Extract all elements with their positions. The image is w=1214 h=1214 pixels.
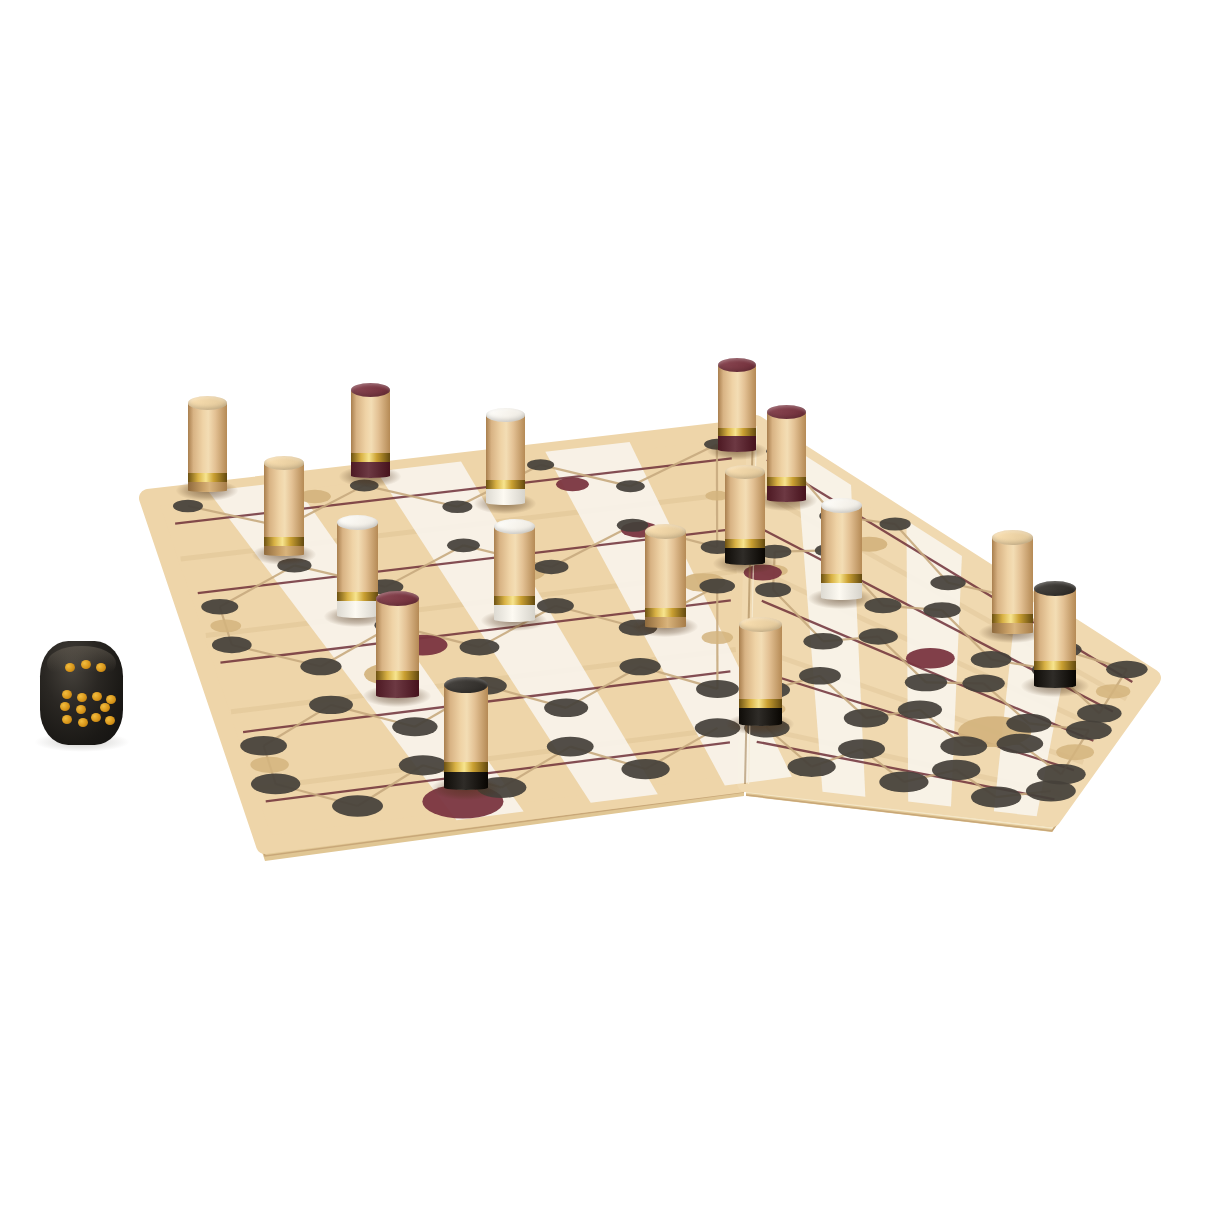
die-pip-front_right	[105, 716, 115, 725]
peg-base-natural	[992, 623, 1033, 634]
track-dot	[616, 480, 645, 492]
track-dot	[859, 628, 898, 644]
track-dot	[923, 602, 960, 618]
track-dot	[201, 599, 238, 615]
peg-top-maroon	[376, 591, 419, 606]
peg-natural[interactable]	[188, 396, 227, 502]
peg-top-natural	[188, 396, 227, 410]
track-dot	[879, 772, 928, 793]
peg-brass-band	[821, 574, 862, 583]
peg-body	[718, 365, 756, 452]
peg-maroon[interactable]	[351, 383, 390, 488]
peg-natural[interactable]	[992, 530, 1033, 645]
peg-maroon[interactable]	[718, 358, 756, 462]
track-dot	[309, 696, 353, 714]
track-dot	[971, 651, 1012, 668]
peg-base-maroon	[376, 680, 419, 698]
peg-natural-base-black[interactable]	[739, 617, 782, 737]
peg-natural-base-black[interactable]	[725, 465, 765, 575]
peg-brass-band	[992, 614, 1033, 623]
peg-body	[992, 537, 1033, 634]
accent-circle-maroon	[556, 477, 589, 491]
peg-base-maroon	[351, 462, 390, 478]
peg-brass-band	[1034, 661, 1076, 670]
peg-white[interactable]	[486, 408, 525, 515]
peg-body	[376, 598, 419, 698]
peg-maroon[interactable]	[767, 405, 806, 512]
peg-brass-band	[725, 539, 765, 548]
peg-body	[725, 472, 765, 565]
peg-base-white	[494, 605, 535, 622]
track-dot	[898, 700, 942, 719]
peg-top-white	[494, 519, 535, 534]
peg-white[interactable]	[494, 519, 535, 633]
peg-base-black	[725, 548, 765, 565]
die-pip-top	[81, 660, 91, 669]
peg-black[interactable]	[444, 677, 488, 800]
peg-base-maroon	[718, 436, 756, 452]
peg-top-maroon	[718, 358, 756, 372]
peg-body	[444, 685, 488, 790]
track-dot	[392, 717, 437, 736]
peg-brass-band	[351, 453, 390, 462]
scene	[0, 0, 1214, 1214]
track-dot	[838, 739, 885, 759]
peg-top-natural	[725, 465, 765, 479]
peg-brass-band	[376, 671, 419, 680]
track-dot	[460, 639, 500, 656]
peg-top-white	[486, 408, 525, 422]
peg-base-black	[444, 772, 488, 790]
turn-marker	[250, 757, 289, 773]
turn-marker	[1056, 744, 1094, 760]
peg-body	[351, 390, 390, 478]
track-dot	[621, 759, 669, 779]
track-dot	[940, 736, 987, 756]
peg-body	[739, 624, 782, 726]
track-dot	[905, 673, 947, 691]
peg-brass-band	[645, 608, 686, 617]
track-dot	[788, 757, 836, 777]
peg-brass-band	[767, 477, 806, 486]
peg-base-black	[739, 708, 782, 726]
peg-body	[494, 526, 535, 622]
peg-base-black	[1034, 670, 1076, 688]
peg-brass-band	[337, 592, 378, 601]
track-dot	[251, 774, 300, 795]
peg-top-natural	[645, 524, 686, 539]
peg-top-maroon	[767, 405, 806, 419]
peg-top-white	[337, 515, 378, 530]
track-dot	[399, 755, 447, 775]
peg-brass-band	[739, 699, 782, 708]
track-dot	[1006, 714, 1051, 733]
peg-top-black	[1034, 581, 1076, 596]
track-dot	[527, 459, 554, 470]
peg-base-white	[486, 489, 525, 505]
track-dot	[332, 795, 383, 816]
peg-white[interactable]	[337, 515, 378, 629]
peg-top-black	[444, 677, 488, 693]
peg-top-natural	[264, 456, 304, 470]
peg-brass-band	[444, 762, 488, 772]
peg-body	[767, 412, 806, 502]
peg-body	[821, 505, 862, 600]
track-dot	[534, 560, 568, 574]
turn-marker	[1096, 684, 1130, 698]
track-dot	[696, 680, 739, 698]
track-dot	[932, 760, 981, 780]
track-dot	[1106, 661, 1147, 678]
track-dot	[1026, 780, 1076, 801]
peg-body	[188, 403, 227, 492]
track-dot	[1066, 721, 1112, 740]
track-dot	[844, 709, 889, 728]
peg-body	[1034, 588, 1076, 688]
turn-marker	[702, 631, 733, 644]
peg-white[interactable]	[821, 498, 862, 611]
peg-top-natural	[739, 617, 782, 632]
die-pip-front_right	[91, 713, 101, 722]
peg-body	[337, 522, 378, 618]
peg-brass-band	[494, 596, 535, 605]
track-dot	[547, 737, 594, 757]
peg-base-maroon	[767, 486, 806, 502]
peg-black[interactable]	[1034, 581, 1076, 699]
track-dot	[447, 538, 480, 552]
peg-body	[264, 463, 304, 556]
peg-base-white	[821, 583, 862, 600]
track-dot	[971, 787, 1021, 808]
track-dot	[442, 500, 472, 513]
accent-circle-maroon	[906, 648, 955, 669]
track-dot	[803, 633, 842, 650]
turn-marker	[210, 619, 241, 632]
track-dot	[755, 582, 791, 597]
peg-brass-band	[718, 428, 756, 436]
track-dot	[212, 637, 252, 654]
die-pip-top	[65, 663, 75, 672]
peg-base-natural	[645, 617, 686, 628]
peg-body	[645, 531, 686, 628]
peg-natural[interactable]	[645, 524, 686, 639]
peg-natural[interactable]	[264, 456, 304, 566]
peg-brass-band	[188, 473, 227, 482]
track-dot	[879, 517, 910, 530]
track-dot	[930, 575, 965, 590]
peg-base-natural	[188, 482, 227, 492]
peg-brass-band	[264, 537, 304, 546]
track-dot	[240, 736, 287, 756]
peg-maroon[interactable]	[376, 591, 419, 709]
track-dot	[962, 674, 1004, 692]
track-dot	[300, 658, 341, 675]
peg-body	[486, 415, 525, 505]
peg-base-natural	[264, 546, 304, 556]
peg-brass-band	[486, 480, 525, 489]
track-dot	[1077, 704, 1122, 723]
die[interactable]	[40, 641, 123, 745]
peg-base-white	[337, 601, 378, 618]
track-dot	[997, 734, 1044, 754]
track-dot	[699, 579, 735, 594]
track-dot	[544, 699, 588, 718]
peg-top-natural	[992, 530, 1033, 545]
track-dot	[537, 598, 574, 614]
track-dot	[799, 667, 841, 685]
peg-top-white	[821, 498, 862, 513]
peg-top-maroon	[351, 383, 390, 397]
track-dot	[619, 658, 660, 675]
